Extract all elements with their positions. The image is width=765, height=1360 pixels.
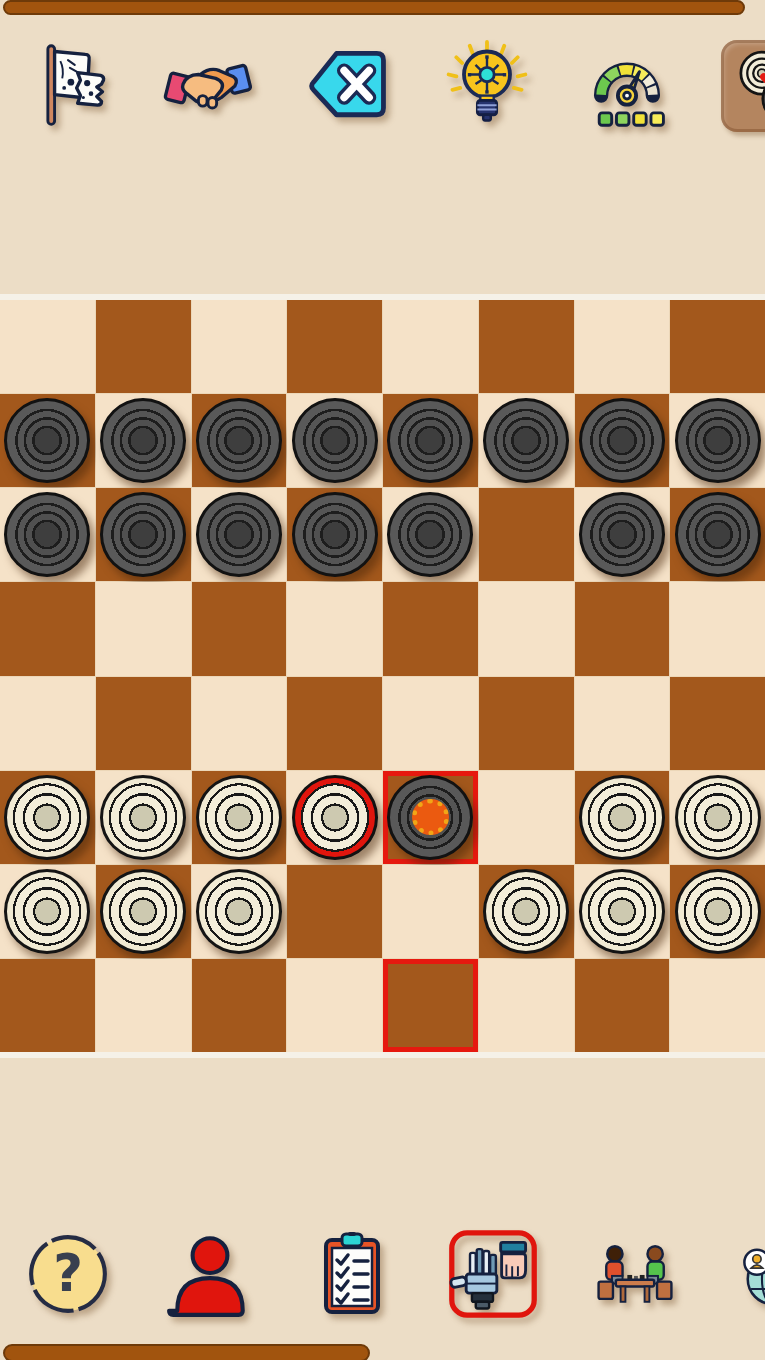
resign-button[interactable]: [22, 40, 114, 132]
square-r3c1[interactable]: [0, 488, 95, 581]
capture-mode-button[interactable]: [721, 40, 765, 132]
black-king[interactable]: [387, 775, 473, 860]
square-r6c7[interactable]: [575, 771, 670, 864]
square-r4c1[interactable]: [0, 582, 95, 675]
white-time-bar: [3, 1344, 370, 1360]
square-r7c1[interactable]: [0, 865, 95, 958]
square-r2c5[interactable]: [383, 394, 478, 487]
black-man[interactable]: [196, 398, 282, 483]
help-button[interactable]: ?: [22, 1228, 114, 1320]
black-man[interactable]: [100, 398, 186, 483]
svg-text:?: ?: [53, 1243, 83, 1303]
square-r1c7[interactable]: [575, 300, 670, 393]
square-r3c3[interactable]: [192, 488, 287, 581]
square-r4c2[interactable]: [96, 582, 191, 675]
square-r7c8[interactable]: [670, 865, 765, 958]
white-man-selected[interactable]: [292, 775, 378, 860]
vs-computer-button[interactable]: [447, 1228, 539, 1320]
square-r4c7[interactable]: [575, 582, 670, 675]
question-mark-icon: ?: [25, 1231, 111, 1317]
hint-bulb-icon: [441, 40, 533, 132]
square-r5c2[interactable]: [96, 677, 191, 770]
square-r2c2[interactable]: [96, 394, 191, 487]
square-r6c4[interactable]: [287, 771, 382, 864]
square-r6c6[interactable]: [479, 771, 574, 864]
globe-players-icon: [731, 1226, 765, 1322]
online-multiplayer-button[interactable]: [731, 1228, 765, 1320]
square-r5c5[interactable]: [383, 677, 478, 770]
square-r1c5[interactable]: [383, 300, 478, 393]
board-edge-bottom: [0, 1052, 765, 1058]
square-r8c5[interactable]: [383, 959, 478, 1052]
black-man[interactable]: [4, 398, 90, 483]
square-r2c3[interactable]: [192, 394, 287, 487]
profile-button[interactable]: [164, 1228, 256, 1320]
square-r3c2[interactable]: [96, 488, 191, 581]
rules-button[interactable]: [306, 1228, 398, 1320]
white-man[interactable]: [675, 775, 761, 860]
black-time-bar: [3, 0, 745, 15]
white-man[interactable]: [196, 775, 282, 860]
square-r8c8[interactable]: [670, 959, 765, 1052]
square-r7c4[interactable]: [287, 865, 382, 958]
square-r8c7[interactable]: [575, 959, 670, 1052]
square-r5c1[interactable]: [0, 677, 95, 770]
square-r3c4[interactable]: [287, 488, 382, 581]
square-r5c3[interactable]: [192, 677, 287, 770]
square-r3c5[interactable]: [383, 488, 478, 581]
square-r3c6[interactable]: [479, 488, 574, 581]
square-r6c1[interactable]: [0, 771, 95, 864]
square-r1c8[interactable]: [670, 300, 765, 393]
black-man[interactable]: [387, 398, 473, 483]
white-man[interactable]: [579, 775, 665, 860]
robot-hand-icon: [447, 1228, 539, 1320]
square-r5c7[interactable]: [575, 677, 670, 770]
black-man[interactable]: [292, 492, 378, 577]
person-icon: [165, 1229, 255, 1319]
black-man[interactable]: [579, 398, 665, 483]
square-r6c8[interactable]: [670, 771, 765, 864]
black-man[interactable]: [579, 492, 665, 577]
difficulty-button[interactable]: [581, 40, 673, 132]
black-man[interactable]: [387, 492, 473, 577]
toolbar-bottom: ?: [22, 1226, 765, 1322]
board-grid: [0, 300, 765, 1052]
square-r8c6[interactable]: [479, 959, 574, 1052]
square-r2c7[interactable]: [575, 394, 670, 487]
square-r8c3[interactable]: [192, 959, 287, 1052]
square-r7c2[interactable]: [96, 865, 191, 958]
white-man[interactable]: [4, 775, 90, 860]
square-r4c8[interactable]: [670, 582, 765, 675]
square-r1c1[interactable]: [0, 300, 95, 393]
square-r6c5[interactable]: [383, 771, 478, 864]
square-r3c8[interactable]: [670, 488, 765, 581]
square-r2c1[interactable]: [0, 394, 95, 487]
square-r2c4[interactable]: [287, 394, 382, 487]
clipboard-checklist-icon: [308, 1230, 396, 1318]
square-r1c6[interactable]: [479, 300, 574, 393]
hint-button[interactable]: [441, 40, 533, 132]
square-r1c4[interactable]: [287, 300, 382, 393]
black-man[interactable]: [675, 492, 761, 577]
square-r7c7[interactable]: [575, 865, 670, 958]
white-man[interactable]: [196, 869, 282, 954]
two-players-table-icon: [589, 1228, 681, 1320]
square-r4c5[interactable]: [383, 582, 478, 675]
white-man[interactable]: [100, 775, 186, 860]
white-man[interactable]: [579, 869, 665, 954]
king-sun-marker: [412, 799, 449, 835]
black-man[interactable]: [292, 398, 378, 483]
square-r1c3[interactable]: [192, 300, 287, 393]
square-r7c3[interactable]: [192, 865, 287, 958]
square-r2c6[interactable]: [479, 394, 574, 487]
white-flag-icon: [22, 40, 114, 132]
black-man[interactable]: [100, 492, 186, 577]
square-r3c7[interactable]: [575, 488, 670, 581]
white-man[interactable]: [100, 869, 186, 954]
square-r5c4[interactable]: [287, 677, 382, 770]
square-r1c2[interactable]: [96, 300, 191, 393]
local-two-player-button[interactable]: [589, 1228, 681, 1320]
white-man[interactable]: [4, 869, 90, 954]
square-r8c4[interactable]: [287, 959, 382, 1052]
undo-button[interactable]: [302, 40, 394, 132]
square-r4c4[interactable]: [287, 582, 382, 675]
square-r7c5[interactable]: [383, 865, 478, 958]
square-r7c6[interactable]: [479, 865, 574, 958]
square-r4c6[interactable]: [479, 582, 574, 675]
square-r5c8[interactable]: [670, 677, 765, 770]
square-r8c2[interactable]: [96, 959, 191, 1052]
square-r4c3[interactable]: [192, 582, 287, 675]
white-man[interactable]: [675, 869, 761, 954]
black-man[interactable]: [196, 492, 282, 577]
offer-draw-button[interactable]: [162, 40, 254, 132]
black-man[interactable]: [483, 398, 569, 483]
square-r5c6[interactable]: [479, 677, 574, 770]
handshake-icon: [162, 40, 254, 132]
square-r6c2[interactable]: [96, 771, 191, 864]
difficulty-gauge-icon: [581, 40, 673, 132]
undo-x-icon: [302, 40, 394, 132]
capture-pieces-icon: [727, 44, 765, 128]
square-r2c8[interactable]: [670, 394, 765, 487]
white-man[interactable]: [483, 869, 569, 954]
black-man[interactable]: [675, 398, 761, 483]
black-man[interactable]: [4, 492, 90, 577]
square-r6c3[interactable]: [192, 771, 287, 864]
toolbar-top: [22, 38, 765, 134]
square-r8c1[interactable]: [0, 959, 95, 1052]
